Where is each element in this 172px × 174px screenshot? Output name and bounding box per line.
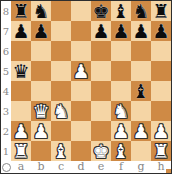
square-b6[interactable] [31, 41, 51, 61]
square-c3[interactable]: ♞ [51, 101, 71, 121]
square-a8[interactable]: ♜ [11, 1, 31, 21]
square-h4[interactable] [151, 81, 171, 101]
piece-white-pawn-a2[interactable]: ♟ [12, 121, 29, 141]
square-a2[interactable]: ♟ [11, 121, 31, 141]
rank-label-8: 8 [1, 1, 11, 21]
square-d6[interactable] [71, 41, 91, 61]
piece-white-pawn-h2[interactable]: ♟ [152, 121, 169, 141]
square-b8[interactable]: ♞ [31, 1, 51, 21]
rank-label-3: 3 [1, 101, 11, 121]
square-g2[interactable]: ♟ [131, 121, 151, 141]
square-f4[interactable] [111, 81, 131, 101]
square-d5[interactable]: ♟ [71, 61, 91, 81]
square-h3[interactable] [151, 101, 171, 121]
square-e7[interactable]: ♟ [91, 21, 111, 41]
square-c6[interactable] [51, 41, 71, 61]
piece-white-pawn-d5[interactable]: ♟ [72, 61, 89, 81]
turn-indicator-cell [1, 161, 11, 173]
square-a1[interactable]: ♜ [11, 141, 31, 161]
square-c7[interactable] [51, 21, 71, 41]
square-g4[interactable]: ♝ [131, 81, 151, 101]
file-label-g: g [131, 161, 151, 173]
file-label-a: a [11, 161, 31, 173]
square-h7[interactable]: ♟ [151, 21, 171, 41]
piece-black-rook-h8[interactable]: ♜ [152, 1, 169, 21]
square-a5[interactable]: ♛ [11, 61, 31, 81]
square-a7[interactable]: ♟ [11, 21, 31, 41]
piece-black-knight-g8[interactable]: ♞ [132, 1, 149, 21]
square-d4[interactable] [71, 81, 91, 101]
square-g8[interactable]: ♞ [131, 1, 151, 21]
square-c8[interactable] [51, 1, 71, 21]
piece-black-pawn-a7[interactable]: ♟ [12, 21, 29, 41]
piece-white-pawn-b2[interactable]: ♟ [32, 121, 49, 141]
rank-label-4: 4 [1, 81, 11, 101]
file-label-f: f [111, 161, 131, 173]
square-a6[interactable] [11, 41, 31, 61]
square-d1[interactable] [71, 141, 91, 161]
square-b4[interactable] [31, 81, 51, 101]
square-f5[interactable] [111, 61, 131, 81]
square-d3[interactable] [71, 101, 91, 121]
square-b2[interactable]: ♟ [31, 121, 51, 141]
piece-white-rook-h1[interactable]: ♜ [152, 141, 169, 161]
square-c5[interactable] [51, 61, 71, 81]
square-d2[interactable] [71, 121, 91, 141]
piece-white-rook-a1[interactable]: ♜ [12, 141, 29, 161]
square-g1[interactable] [131, 141, 151, 161]
piece-black-pawn-g7[interactable]: ♟ [132, 21, 149, 41]
piece-black-bishop-f8[interactable]: ♝ [112, 1, 129, 21]
square-g7[interactable]: ♟ [131, 21, 151, 41]
square-d8[interactable] [71, 1, 91, 21]
chess-board[interactable]: ♜♞♚♝♞♜♟♟♟♟♟♟♛♟♝♛♞♞♟♟♟♟♟♜♝♚♝♜ [11, 1, 171, 161]
square-b3[interactable]: ♛ [31, 101, 51, 121]
rank-labels-strip: 87654321 [1, 1, 11, 161]
square-e5[interactable] [91, 61, 111, 81]
board-corner-fragment [166, 169, 171, 173]
piece-white-pawn-f2[interactable]: ♟ [112, 121, 129, 141]
file-label-e: e [91, 161, 111, 173]
piece-white-queen-b3[interactable]: ♛ [32, 101, 49, 121]
rank-label-2: 2 [1, 121, 11, 141]
rank-label-5: 5 [1, 61, 11, 81]
square-h5[interactable] [151, 61, 171, 81]
piece-black-bishop-g4[interactable]: ♝ [132, 81, 149, 101]
rank-label-7: 7 [1, 21, 11, 41]
square-f3[interactable]: ♞ [111, 101, 131, 121]
square-g5[interactable] [131, 61, 151, 81]
piece-black-rook-a8[interactable]: ♜ [12, 1, 29, 21]
square-e2[interactable] [91, 121, 111, 141]
file-label-d: d [71, 161, 91, 173]
file-labels-strip: abcdefgh [1, 161, 171, 173]
piece-black-pawn-f7[interactable]: ♟ [112, 21, 129, 41]
piece-black-pawn-b7[interactable]: ♟ [32, 21, 49, 41]
piece-white-knight-f3[interactable]: ♞ [112, 101, 129, 121]
file-label-c: c [51, 161, 71, 173]
square-e1[interactable]: ♚ [91, 141, 111, 161]
piece-white-bishop-c1[interactable]: ♝ [52, 141, 69, 161]
rank-label-1: 1 [1, 141, 11, 161]
square-b5[interactable] [31, 61, 51, 81]
square-c1[interactable]: ♝ [51, 141, 71, 161]
piece-white-bishop-f1[interactable]: ♝ [112, 141, 129, 161]
square-c4[interactable] [51, 81, 71, 101]
piece-black-knight-b8[interactable]: ♞ [32, 1, 49, 21]
square-h2[interactable]: ♟ [151, 121, 171, 141]
square-e3[interactable] [91, 101, 111, 121]
square-a3[interactable] [11, 101, 31, 121]
white-to-move-indicator [2, 163, 11, 172]
square-b1[interactable] [31, 141, 51, 161]
piece-white-pawn-g2[interactable]: ♟ [132, 121, 149, 141]
square-e8[interactable]: ♚ [91, 1, 111, 21]
square-a4[interactable] [11, 81, 31, 101]
square-f2[interactable]: ♟ [111, 121, 131, 141]
square-g6[interactable] [131, 41, 151, 61]
square-e6[interactable] [91, 41, 111, 61]
piece-white-knight-c3[interactable]: ♞ [52, 101, 69, 121]
file-label-b: b [31, 161, 51, 173]
piece-black-king-e8[interactable]: ♚ [92, 1, 109, 21]
square-c2[interactable] [51, 121, 71, 141]
square-h1[interactable]: ♜ [151, 141, 171, 161]
square-f8[interactable]: ♝ [111, 1, 131, 21]
square-f6[interactable] [111, 41, 131, 61]
square-f1[interactable]: ♝ [111, 141, 131, 161]
square-b7[interactable]: ♟ [31, 21, 51, 41]
square-d7[interactable] [71, 21, 91, 41]
piece-black-queen-a5[interactable]: ♛ [12, 61, 29, 81]
square-e4[interactable] [91, 81, 111, 101]
square-f7[interactable]: ♟ [111, 21, 131, 41]
piece-black-pawn-h7[interactable]: ♟ [152, 21, 169, 41]
square-h6[interactable] [151, 41, 171, 61]
rank-label-6: 6 [1, 41, 11, 61]
chess-board-widget: 87654321 ♜♞♚♝♞♜♟♟♟♟♟♟♛♟♝♛♞♞♟♟♟♟♟♜♝♚♝♜ ab… [0, 0, 172, 174]
square-h8[interactable]: ♜ [151, 1, 171, 21]
square-g3[interactable] [131, 101, 151, 121]
piece-black-pawn-e7[interactable]: ♟ [92, 21, 109, 41]
piece-white-king-e1[interactable]: ♚ [92, 141, 109, 161]
